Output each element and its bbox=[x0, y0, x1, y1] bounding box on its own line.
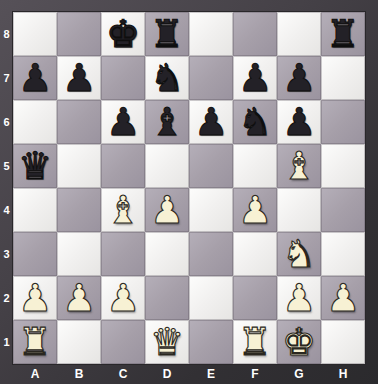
square-a4[interactable] bbox=[13, 188, 57, 232]
square-d1[interactable]: ♛ bbox=[145, 320, 189, 364]
square-a3[interactable] bbox=[13, 232, 57, 276]
white-pawn: ♟ bbox=[321, 276, 365, 320]
square-f3[interactable] bbox=[233, 232, 277, 276]
rank-label-6: 6 bbox=[0, 100, 13, 144]
black-pawn: ♟ bbox=[233, 56, 277, 100]
square-b3[interactable] bbox=[57, 232, 101, 276]
square-c1[interactable] bbox=[101, 320, 145, 364]
square-a2[interactable]: ♟ bbox=[13, 276, 57, 320]
square-d7[interactable]: ♞ bbox=[145, 56, 189, 100]
square-b5[interactable] bbox=[57, 144, 101, 188]
square-d5[interactable] bbox=[145, 144, 189, 188]
white-pawn: ♟ bbox=[145, 188, 189, 232]
square-g6[interactable]: ♟ bbox=[277, 100, 321, 144]
square-d8[interactable]: ♜ bbox=[145, 12, 189, 56]
square-h5[interactable] bbox=[321, 144, 365, 188]
square-f4[interactable]: ♟ bbox=[233, 188, 277, 232]
black-queen: ♛ bbox=[13, 144, 57, 188]
black-bishop: ♝ bbox=[145, 100, 189, 144]
square-e8[interactable] bbox=[189, 12, 233, 56]
square-e5[interactable] bbox=[189, 144, 233, 188]
square-h4[interactable] bbox=[321, 188, 365, 232]
white-king: ♚ bbox=[277, 320, 321, 364]
square-h2[interactable]: ♟ bbox=[321, 276, 365, 320]
white-knight: ♞ bbox=[277, 232, 321, 276]
file-coordinates: ABCDEFGH bbox=[13, 364, 365, 384]
square-b6[interactable] bbox=[57, 100, 101, 144]
rank-label-4: 4 bbox=[0, 188, 13, 232]
square-d6[interactable]: ♝ bbox=[145, 100, 189, 144]
square-h7[interactable] bbox=[321, 56, 365, 100]
white-pawn: ♟ bbox=[233, 188, 277, 232]
square-e4[interactable] bbox=[189, 188, 233, 232]
square-h6[interactable] bbox=[321, 100, 365, 144]
square-a6[interactable] bbox=[13, 100, 57, 144]
rank-label-3: 3 bbox=[0, 232, 13, 276]
square-f8[interactable] bbox=[233, 12, 277, 56]
black-pawn: ♟ bbox=[189, 100, 233, 144]
square-f1[interactable]: ♜ bbox=[233, 320, 277, 364]
square-b8[interactable] bbox=[57, 12, 101, 56]
file-label-a: A bbox=[13, 364, 57, 384]
white-queen: ♛ bbox=[145, 320, 189, 364]
black-knight: ♞ bbox=[233, 100, 277, 144]
square-d4[interactable]: ♟ bbox=[145, 188, 189, 232]
rank-coordinates: 87654321 bbox=[0, 12, 13, 364]
square-b1[interactable] bbox=[57, 320, 101, 364]
white-bishop: ♝ bbox=[101, 188, 145, 232]
square-c6[interactable]: ♟ bbox=[101, 100, 145, 144]
black-rook: ♜ bbox=[321, 12, 365, 56]
square-b7[interactable]: ♟ bbox=[57, 56, 101, 100]
square-a5[interactable]: ♛ bbox=[13, 144, 57, 188]
black-pawn: ♟ bbox=[13, 56, 57, 100]
square-c3[interactable] bbox=[101, 232, 145, 276]
square-g8[interactable] bbox=[277, 12, 321, 56]
square-e7[interactable] bbox=[189, 56, 233, 100]
square-c2[interactable]: ♟ bbox=[101, 276, 145, 320]
square-c4[interactable]: ♝ bbox=[101, 188, 145, 232]
square-h3[interactable] bbox=[321, 232, 365, 276]
file-label-e: E bbox=[189, 364, 233, 384]
file-label-h: H bbox=[321, 364, 365, 384]
square-f2[interactable] bbox=[233, 276, 277, 320]
square-e2[interactable] bbox=[189, 276, 233, 320]
square-c8[interactable]: ♚ bbox=[101, 12, 145, 56]
white-rook: ♜ bbox=[13, 320, 57, 364]
file-label-f: F bbox=[233, 364, 277, 384]
square-d3[interactable] bbox=[145, 232, 189, 276]
square-b4[interactable] bbox=[57, 188, 101, 232]
square-a7[interactable]: ♟ bbox=[13, 56, 57, 100]
square-d2[interactable] bbox=[145, 276, 189, 320]
black-knight: ♞ bbox=[145, 56, 189, 100]
square-g3[interactable]: ♞ bbox=[277, 232, 321, 276]
white-pawn: ♟ bbox=[57, 276, 101, 320]
chess-diagram: 87654321 ♚♜♜♟♟♞♟♟♟♝♟♞♟♛♝♝♟♟♞♟♟♟♟♟♜♛♜♚ AB… bbox=[0, 0, 378, 384]
black-king: ♚ bbox=[101, 12, 145, 56]
chess-board: ♚♜♜♟♟♞♟♟♟♝♟♞♟♛♝♝♟♟♞♟♟♟♟♟♜♛♜♚ bbox=[13, 12, 365, 364]
rank-label-7: 7 bbox=[0, 56, 13, 100]
black-rook: ♜ bbox=[145, 12, 189, 56]
square-a8[interactable] bbox=[13, 12, 57, 56]
white-rook: ♜ bbox=[233, 320, 277, 364]
white-pawn: ♟ bbox=[13, 276, 57, 320]
black-pawn: ♟ bbox=[101, 100, 145, 144]
white-pawn: ♟ bbox=[277, 276, 321, 320]
square-g5[interactable]: ♝ bbox=[277, 144, 321, 188]
rank-label-8: 8 bbox=[0, 12, 13, 56]
square-g7[interactable]: ♟ bbox=[277, 56, 321, 100]
white-pawn: ♟ bbox=[101, 276, 145, 320]
white-bishop: ♝ bbox=[277, 144, 321, 188]
file-label-c: C bbox=[101, 364, 145, 384]
square-e6[interactable]: ♟ bbox=[189, 100, 233, 144]
black-pawn: ♟ bbox=[57, 56, 101, 100]
square-c7[interactable] bbox=[101, 56, 145, 100]
file-label-b: B bbox=[57, 364, 101, 384]
square-c5[interactable] bbox=[101, 144, 145, 188]
square-g2[interactable]: ♟ bbox=[277, 276, 321, 320]
file-label-d: D bbox=[145, 364, 189, 384]
square-h8[interactable]: ♜ bbox=[321, 12, 365, 56]
square-g4[interactable] bbox=[277, 188, 321, 232]
square-g1[interactable]: ♚ bbox=[277, 320, 321, 364]
square-f5[interactable] bbox=[233, 144, 277, 188]
square-f7[interactable]: ♟ bbox=[233, 56, 277, 100]
square-f6[interactable]: ♞ bbox=[233, 100, 277, 144]
rank-label-2: 2 bbox=[0, 276, 13, 320]
square-h1[interactable] bbox=[321, 320, 365, 364]
square-e3[interactable] bbox=[189, 232, 233, 276]
square-b2[interactable]: ♟ bbox=[57, 276, 101, 320]
rank-label-5: 5 bbox=[0, 144, 13, 188]
rank-label-1: 1 bbox=[0, 320, 13, 364]
square-a1[interactable]: ♜ bbox=[13, 320, 57, 364]
black-pawn: ♟ bbox=[277, 56, 321, 100]
file-label-g: G bbox=[277, 364, 321, 384]
square-e1[interactable] bbox=[189, 320, 233, 364]
black-pawn: ♟ bbox=[277, 100, 321, 144]
